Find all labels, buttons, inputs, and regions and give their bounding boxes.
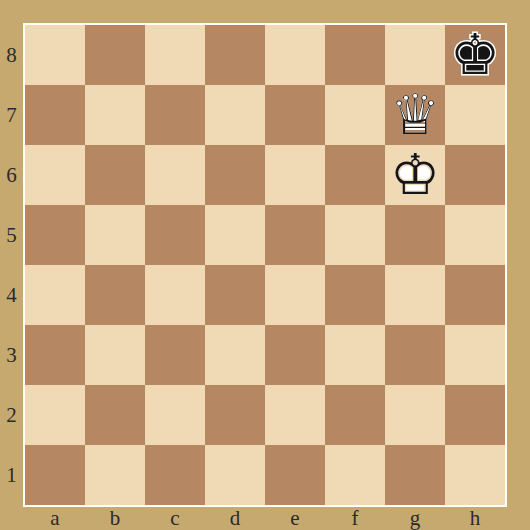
square-c7[interactable]: [145, 85, 205, 145]
white-queen-glyph: ♕: [385, 85, 445, 145]
square-d3[interactable]: [205, 325, 265, 385]
square-h8[interactable]: ♚♚: [445, 25, 505, 85]
square-b8[interactable]: [85, 25, 145, 85]
piece-white-king[interactable]: ♚♔: [385, 145, 445, 205]
square-c8[interactable]: [145, 25, 205, 85]
file-label-b: b: [85, 507, 145, 530]
square-c4[interactable]: [145, 265, 205, 325]
square-a7[interactable]: [25, 85, 85, 145]
square-b6[interactable]: [85, 145, 145, 205]
chess-board: ♚♚♛♕♚♔: [23, 23, 507, 507]
square-b2[interactable]: [85, 385, 145, 445]
square-a2[interactable]: [25, 385, 85, 445]
rank-label-5: 5: [0, 205, 23, 265]
square-g8[interactable]: [385, 25, 445, 85]
square-e7[interactable]: [265, 85, 325, 145]
square-g5[interactable]: [385, 205, 445, 265]
square-e2[interactable]: [265, 385, 325, 445]
rank-label-7: 7: [0, 85, 23, 145]
file-labels: abcdefgh: [25, 507, 505, 530]
file-label-e: e: [265, 507, 325, 530]
square-e8[interactable]: [265, 25, 325, 85]
square-g6[interactable]: ♚♔: [385, 145, 445, 205]
square-e1[interactable]: [265, 445, 325, 505]
square-h7[interactable]: [445, 85, 505, 145]
square-a4[interactable]: [25, 265, 85, 325]
square-c2[interactable]: [145, 385, 205, 445]
square-e5[interactable]: [265, 205, 325, 265]
square-b5[interactable]: [85, 205, 145, 265]
file-label-h: h: [445, 507, 505, 530]
square-f4[interactable]: [325, 265, 385, 325]
square-d7[interactable]: [205, 85, 265, 145]
square-d6[interactable]: [205, 145, 265, 205]
black-king-glyph: ♚: [445, 25, 505, 85]
white-king-glyph: ♚: [385, 145, 445, 205]
rank-label-6: 6: [0, 145, 23, 205]
rank-labels: 87654321: [0, 25, 23, 505]
rank-label-3: 3: [0, 325, 23, 385]
square-h3[interactable]: [445, 325, 505, 385]
square-c1[interactable]: [145, 445, 205, 505]
square-h2[interactable]: [445, 385, 505, 445]
square-h4[interactable]: [445, 265, 505, 325]
square-b1[interactable]: [85, 445, 145, 505]
square-f8[interactable]: [325, 25, 385, 85]
square-g1[interactable]: [385, 445, 445, 505]
rank-label-8: 8: [0, 25, 23, 85]
piece-black-king[interactable]: ♚♚: [445, 25, 505, 85]
board-frame: 87654321 ♚♚♛♕♚♔ abcdefgh: [0, 0, 530, 530]
rank-label-1: 1: [0, 445, 23, 505]
square-a3[interactable]: [25, 325, 85, 385]
square-d5[interactable]: [205, 205, 265, 265]
square-f5[interactable]: [325, 205, 385, 265]
square-c3[interactable]: [145, 325, 205, 385]
file-label-a: a: [25, 507, 85, 530]
square-f2[interactable]: [325, 385, 385, 445]
square-g7[interactable]: ♛♕: [385, 85, 445, 145]
board-grid: ♚♚♛♕♚♔: [25, 25, 505, 505]
square-f3[interactable]: [325, 325, 385, 385]
square-g2[interactable]: [385, 385, 445, 445]
rank-label-4: 4: [0, 265, 23, 325]
file-label-f: f: [325, 507, 385, 530]
square-b4[interactable]: [85, 265, 145, 325]
square-h6[interactable]: [445, 145, 505, 205]
black-king-glyph: ♚: [445, 25, 505, 85]
rank-label-2: 2: [0, 385, 23, 445]
file-label-c: c: [145, 507, 205, 530]
square-e3[interactable]: [265, 325, 325, 385]
square-g3[interactable]: [385, 325, 445, 385]
square-d2[interactable]: [205, 385, 265, 445]
file-label-g: g: [385, 507, 445, 530]
piece-white-queen[interactable]: ♛♕: [385, 85, 445, 145]
square-a6[interactable]: [25, 145, 85, 205]
square-d1[interactable]: [205, 445, 265, 505]
square-b3[interactable]: [85, 325, 145, 385]
square-e6[interactable]: [265, 145, 325, 205]
file-label-d: d: [205, 507, 265, 530]
square-h1[interactable]: [445, 445, 505, 505]
square-d4[interactable]: [205, 265, 265, 325]
square-a5[interactable]: [25, 205, 85, 265]
square-c6[interactable]: [145, 145, 205, 205]
square-b7[interactable]: [85, 85, 145, 145]
square-h5[interactable]: [445, 205, 505, 265]
square-c5[interactable]: [145, 205, 205, 265]
white-king-glyph: ♔: [385, 145, 445, 205]
square-f1[interactable]: [325, 445, 385, 505]
white-queen-glyph: ♛: [385, 85, 445, 145]
square-g4[interactable]: [385, 265, 445, 325]
square-a1[interactable]: [25, 445, 85, 505]
square-e4[interactable]: [265, 265, 325, 325]
square-f7[interactable]: [325, 85, 385, 145]
square-a8[interactable]: [25, 25, 85, 85]
square-d8[interactable]: [205, 25, 265, 85]
square-f6[interactable]: [325, 145, 385, 205]
